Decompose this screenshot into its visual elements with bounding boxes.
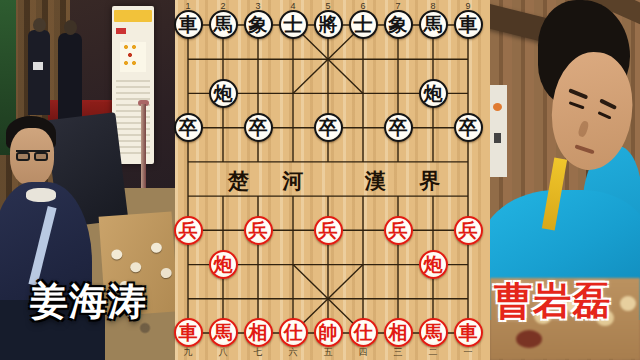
piece-red-f7-r7: 兵 — [384, 216, 413, 245]
video-frame: 楚 河 漢 界 123456789 九八七六五四三二一 車馬象士將士象馬車炮炮卒… — [0, 0, 640, 360]
eyebrow — [568, 88, 588, 99]
eyebrow — [599, 98, 617, 109]
piece-black-f2-r3: 炮 — [209, 79, 238, 108]
staff-head — [33, 18, 46, 32]
piece-red-f9-r10: 車 — [454, 318, 483, 347]
banner-logo-red — [116, 28, 126, 34]
xiangqi-board: 楚 河 漢 界 123456789 九八七六五四三二一 車馬象士將士象馬車炮炮卒… — [175, 0, 490, 360]
piece-black-f3-r1: 象 — [244, 10, 273, 39]
piece-black-f4-r1: 士 — [279, 10, 308, 39]
chess-piece-blur — [151, 242, 163, 253]
piece-black-f8-r1: 馬 — [419, 10, 448, 39]
piece-black-f7-r4: 卒 — [384, 113, 413, 142]
chess-piece-blur — [516, 330, 542, 348]
pieces-grid: 車馬象士將士象馬車炮炮卒卒卒卒卒兵兵兵兵兵炮炮車馬相仕帥仕相馬車 — [171, 8, 486, 350]
piece-red-f3-r10: 相 — [244, 318, 273, 347]
eye — [598, 111, 612, 119]
glasses-lens — [16, 152, 30, 161]
staff-head — [64, 20, 77, 35]
piece-red-f6-r10: 仕 — [349, 318, 378, 347]
right-player-name-caption: 曹岩磊 — [494, 276, 611, 327]
piece-red-f8-r8: 炮 — [419, 250, 448, 279]
banner-logo — [120, 42, 146, 72]
paper — [33, 62, 43, 70]
shirt-collar — [26, 188, 56, 202]
piece-red-f1-r10: 車 — [174, 318, 203, 347]
piece-black-f8-r3: 炮 — [419, 79, 448, 108]
piece-black-f1-r4: 卒 — [174, 113, 203, 142]
piece-black-f7-r1: 象 — [384, 10, 413, 39]
banner-mark — [494, 133, 501, 143]
piece-red-f3-r7: 兵 — [244, 216, 273, 245]
chess-piece-blur — [130, 262, 142, 273]
banner-mark — [493, 103, 502, 111]
piece-red-f9-r7: 兵 — [454, 216, 483, 245]
glasses — [16, 150, 50, 161]
piece-red-f4-r10: 仕 — [279, 318, 308, 347]
piece-red-f2-r10: 馬 — [209, 318, 238, 347]
staff-silhouette — [58, 33, 82, 121]
piece-red-f7-r10: 相 — [384, 318, 413, 347]
piece-red-f5-r7: 兵 — [314, 216, 343, 245]
staff-silhouette — [28, 30, 50, 115]
wall-banner — [490, 85, 507, 177]
piece-black-f9-r4: 卒 — [454, 113, 483, 142]
piece-red-f8-r10: 馬 — [419, 318, 448, 347]
piece-black-f1-r1: 車 — [174, 10, 203, 39]
chess-piece-blur — [111, 249, 123, 260]
left-player-name-caption: 姜海涛 — [30, 276, 147, 327]
piece-black-f2-r1: 馬 — [209, 10, 238, 39]
piece-black-f3-r4: 卒 — [244, 113, 273, 142]
piece-black-f5-r1: 將 — [314, 10, 343, 39]
piece-black-f5-r4: 卒 — [314, 113, 343, 142]
piece-black-f6-r1: 士 — [349, 10, 378, 39]
banner-header — [114, 10, 152, 22]
eye — [569, 101, 585, 109]
piece-red-f5-r10: 帥 — [314, 318, 343, 347]
chess-piece-blur — [620, 296, 636, 311]
glasses-lens — [34, 152, 48, 161]
mouth — [574, 144, 594, 154]
piece-red-f1-r7: 兵 — [174, 216, 203, 245]
nose — [577, 120, 590, 138]
piece-red-f2-r8: 炮 — [209, 250, 238, 279]
piece-black-f9-r1: 車 — [454, 10, 483, 39]
